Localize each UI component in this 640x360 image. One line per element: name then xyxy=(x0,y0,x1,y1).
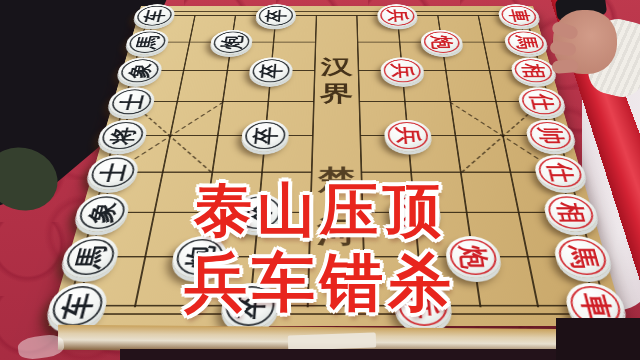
piece-character: 馬 xyxy=(134,35,161,49)
piece-character: 士 xyxy=(117,94,146,110)
piece-character: 卒 xyxy=(251,127,278,145)
video-frame: 汉 界 楚 河 车馬象士将士象馬车炮炮卒卒卒卒卒兵兵兵兵兵炮炮車馬相仕帅仕相馬車… xyxy=(0,0,640,360)
piece-character: 象 xyxy=(126,63,154,78)
river-label-jie: 界 xyxy=(314,81,360,105)
piece-character: 帅 xyxy=(535,127,565,145)
piece-character: 仕 xyxy=(527,94,556,110)
piece-character: 炮 xyxy=(219,35,244,49)
piece-red-soldier[interactable]: 兵 xyxy=(377,4,419,27)
piece-character: 车 xyxy=(142,9,167,22)
caption-line-1: 泰山压顶 xyxy=(0,172,640,250)
piece-character: 卒 xyxy=(264,9,287,22)
piece-character: 卒 xyxy=(258,63,283,78)
piece-character: 相 xyxy=(520,63,548,78)
tape-strip xyxy=(288,332,376,350)
piece-character: 兵 xyxy=(386,9,409,22)
finger xyxy=(552,59,579,74)
piece-character: 将 xyxy=(107,127,138,145)
piece-character: 兵 xyxy=(390,63,415,78)
piece-character: 車 xyxy=(506,9,531,22)
piece-character: 兵 xyxy=(394,127,421,145)
caption-line-2: 兵车错杀 xyxy=(0,240,640,326)
piece-character: 炮 xyxy=(429,35,454,49)
piece-character: 馬 xyxy=(513,35,539,49)
river-label-han: 汉 xyxy=(315,56,359,79)
